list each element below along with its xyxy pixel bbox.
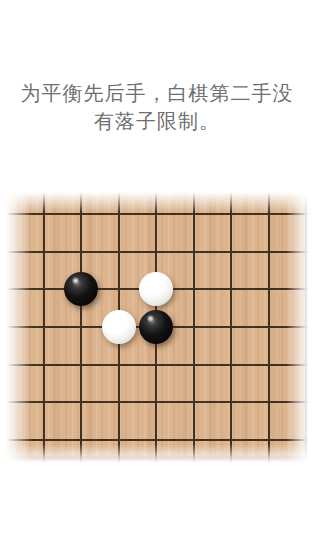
grid-line-horizontal: [0, 439, 314, 441]
grid-line-horizontal: [0, 213, 314, 215]
board[interactable]: [0, 184, 314, 468]
tutorial-text-line1: 为平衡先后手，白棋第二手没: [0, 79, 314, 107]
grid-line-horizontal: [0, 364, 314, 366]
tutorial-text-line2: 有落子限制。: [0, 107, 314, 135]
tutorial-text: 为平衡先后手，白棋第二手没 有落子限制。: [0, 79, 314, 135]
stone-white: [102, 310, 136, 344]
board-bottom-edge-shadow: [10, 457, 304, 460]
grid-line-horizontal: [0, 251, 314, 253]
grid-line-horizontal: [0, 401, 314, 403]
tutorial-page: 为平衡先后手，白棋第二手没 有落子限制。: [0, 0, 314, 559]
stone-black: [139, 310, 173, 344]
